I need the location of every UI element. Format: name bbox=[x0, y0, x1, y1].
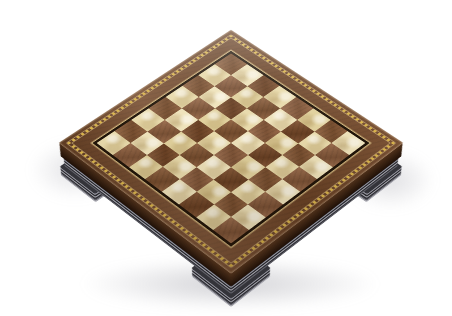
square-g2[interactable] bbox=[214, 192, 249, 217]
scene bbox=[0, 0, 452, 316]
square-f3[interactable] bbox=[214, 167, 248, 192]
square-g3[interactable] bbox=[231, 179, 266, 204]
square-c2[interactable] bbox=[146, 143, 180, 167]
chess-grid bbox=[97, 53, 366, 243]
square-d3[interactable] bbox=[180, 143, 214, 167]
square-g6[interactable] bbox=[282, 143, 316, 167]
chessboard-photo bbox=[0, 0, 452, 316]
square-f1[interactable] bbox=[179, 192, 214, 217]
square-h3[interactable] bbox=[248, 192, 283, 217]
square-h5[interactable] bbox=[282, 167, 316, 192]
square-b1[interactable] bbox=[113, 143, 147, 167]
square-h7[interactable] bbox=[316, 143, 350, 167]
square-e2[interactable] bbox=[180, 167, 214, 192]
square-d1[interactable] bbox=[145, 167, 179, 192]
square-g4[interactable] bbox=[248, 167, 282, 192]
square-d2[interactable] bbox=[163, 155, 197, 179]
square-c1[interactable] bbox=[129, 155, 163, 179]
square-f5[interactable] bbox=[248, 143, 282, 167]
square-g1[interactable] bbox=[196, 204, 231, 230]
square-e3[interactable] bbox=[197, 155, 231, 179]
square-e4[interactable] bbox=[214, 143, 248, 167]
square-h2[interactable] bbox=[231, 204, 266, 230]
square-f2[interactable] bbox=[196, 179, 231, 204]
square-g5[interactable] bbox=[265, 155, 299, 179]
board-frame bbox=[58, 30, 403, 274]
square-h6[interactable] bbox=[299, 155, 333, 179]
square-f4[interactable] bbox=[231, 155, 265, 179]
square-h1[interactable] bbox=[213, 217, 248, 243]
square-e1[interactable] bbox=[162, 179, 197, 204]
playing-area-trim bbox=[92, 51, 369, 247]
board-3d bbox=[58, 30, 403, 274]
square-h4[interactable] bbox=[266, 179, 301, 204]
